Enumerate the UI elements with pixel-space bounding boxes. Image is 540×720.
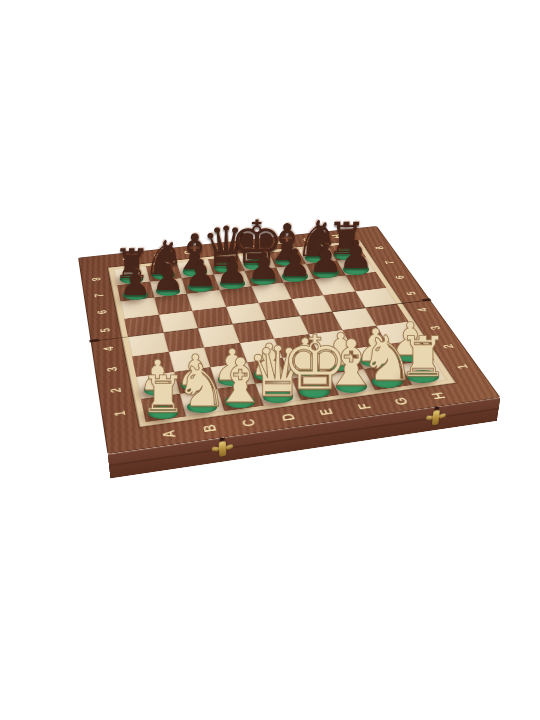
square-g2[interactable]	[353, 344, 399, 369]
square-a3[interactable]	[132, 352, 174, 377]
square-b2[interactable]	[174, 367, 218, 393]
file-label-g-near: G	[391, 396, 412, 406]
file-label-d-near: D	[278, 413, 299, 423]
rank-label-2-right: 2	[439, 344, 457, 350]
square-b3[interactable]	[168, 347, 210, 372]
rank-label-4-left: 4	[100, 346, 116, 352]
square-f1[interactable]	[328, 369, 376, 395]
square-a1[interactable]	[141, 394, 186, 423]
square-c1[interactable]	[217, 383, 263, 411]
file-label-h-near: H	[428, 391, 449, 400]
file-label-a-near: A	[159, 429, 180, 439]
square-h1[interactable]	[399, 359, 448, 385]
file-label-d-far: D	[212, 246, 228, 252]
rank-label-4-right: 4	[414, 307, 430, 312]
rank-label-3-right: 3	[426, 325, 443, 331]
square-c3[interactable]	[204, 343, 247, 367]
rank-label-8-right: 8	[372, 246, 387, 250]
rank-label-6-right: 6	[392, 275, 408, 280]
square-d2[interactable]	[247, 358, 292, 384]
brass-clasp-right-icon	[428, 410, 443, 428]
maple-inlay-strip	[108, 240, 456, 427]
square-h2[interactable]	[387, 340, 434, 364]
square-c2[interactable]	[210, 362, 254, 388]
file-label-c-near: C	[239, 418, 260, 428]
square-d3[interactable]	[239, 338, 282, 362]
square-a4[interactable]	[128, 333, 168, 357]
rank-label-5-right: 5	[403, 291, 419, 296]
file-label-e-near: E	[316, 407, 337, 416]
square-e2[interactable]	[282, 353, 327, 378]
square-b1[interactable]	[179, 388, 224, 416]
square-a5[interactable]	[124, 315, 163, 337]
square-e3[interactable]	[274, 334, 318, 358]
square-h3[interactable]	[376, 321, 421, 344]
file-label-f-near: F	[354, 402, 374, 410]
file-label-f-far: F	[271, 240, 286, 245]
hinge-left-icon	[89, 339, 99, 343]
file-label-g-far: G	[300, 237, 316, 243]
square-b5[interactable]	[158, 311, 198, 333]
file-label-b-far: B	[151, 253, 167, 259]
rank-label-6-left: 6	[94, 310, 110, 315]
square-g3[interactable]	[342, 326, 387, 349]
square-e1[interactable]	[291, 374, 338, 401]
file-label-c-far: C	[181, 249, 197, 255]
rank-label-2-left: 2	[106, 387, 124, 394]
rank-label-1-right: 1	[453, 363, 471, 369]
square-f2[interactable]	[318, 349, 364, 374]
product-photo-stage: AA88BB77CC66DD55EE44FF33GG22HH11 ♜♞♝♛♚♝♞…	[0, 0, 540, 720]
rank-label-7-right: 7	[381, 260, 396, 265]
file-label-h-far: H	[329, 234, 345, 239]
rank-label-1-left: 1	[110, 410, 128, 417]
square-g1[interactable]	[364, 364, 412, 390]
rank-label-3-left: 3	[103, 366, 120, 372]
rank-label-7-left: 7	[91, 293, 106, 298]
chess-board: AA88BB77CC66DD55EE44FF33GG22HH11	[78, 226, 501, 454]
square-a2[interactable]	[136, 372, 179, 399]
square-f3[interactable]	[308, 330, 352, 353]
rank-label-5-left: 5	[97, 327, 113, 333]
brass-clasp-left-icon	[216, 440, 230, 459]
file-label-a-far: A	[120, 256, 135, 262]
rank-label-8-left: 8	[88, 277, 103, 282]
file-label-e-far: E	[242, 243, 258, 248]
square-d1[interactable]	[255, 378, 301, 405]
file-label-b-near: B	[199, 424, 220, 434]
square-h4[interactable]	[365, 304, 409, 326]
